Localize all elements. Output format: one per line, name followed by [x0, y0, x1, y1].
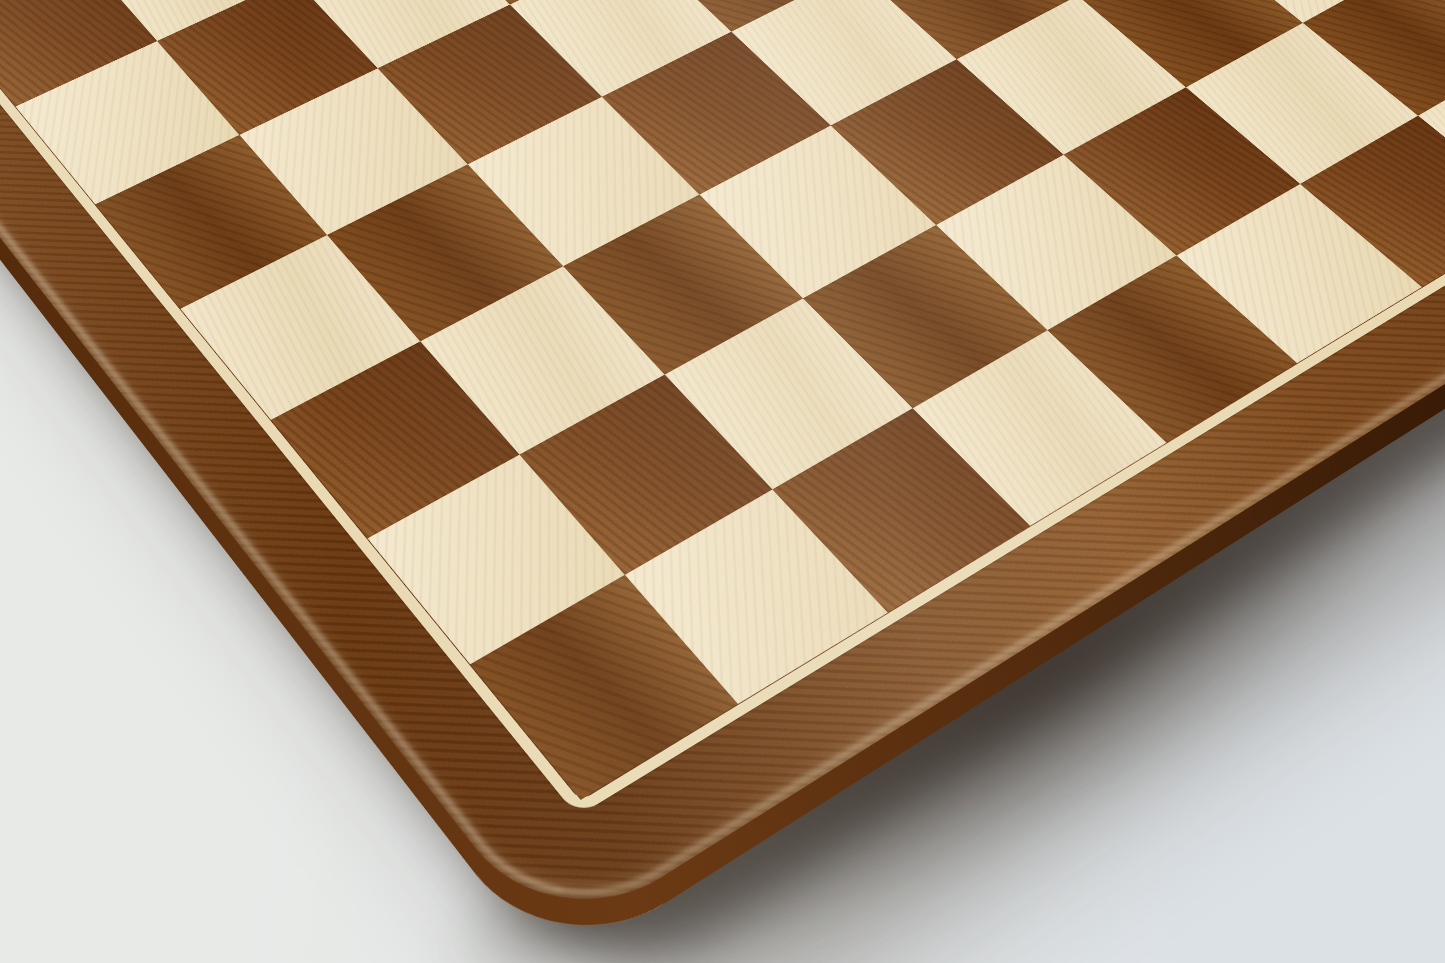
board-3d-wrapper — [0, 0, 1445, 946]
photo-scene — [0, 0, 1445, 963]
chessboard — [0, 0, 1445, 946]
edge-highlight — [0, 0, 1445, 940]
